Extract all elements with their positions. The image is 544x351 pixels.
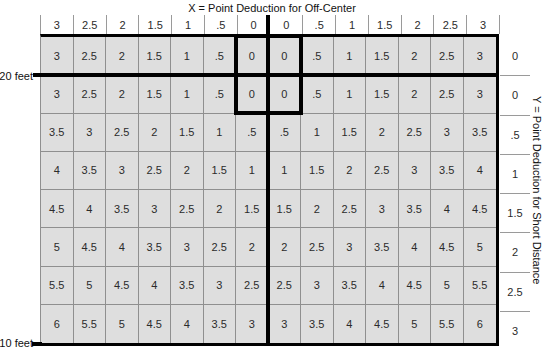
grid-cell-r5c11: 3 <box>366 190 399 228</box>
x-header-row: 32.521.51.500.511.522.53 <box>40 15 500 34</box>
grid-cell-r4c1: 4 <box>41 152 74 190</box>
grid-cell-r3c14: 3.5 <box>464 114 497 152</box>
grid-cell-r4c11: 2.5 <box>366 152 399 190</box>
x-header-cell-c13: 2.5 <box>434 15 467 34</box>
scoring-table-diagram: X = Point Deduction for Off-Center 32.52… <box>0 0 544 351</box>
grid-cell-r6c1: 5 <box>41 228 74 266</box>
grid-cell-r5c9: 2 <box>301 190 334 228</box>
grid-cell-r5c14: 4.5 <box>464 190 497 228</box>
grid-cell-r1c12: 2 <box>399 37 432 75</box>
grid-cell-r2c13: 2.5 <box>431 75 464 113</box>
grid-cell-r8c13: 5.5 <box>431 305 464 343</box>
grid-cell-r7c3: 4.5 <box>106 267 139 305</box>
grid-cell-r1c10: 1 <box>334 37 367 75</box>
x-header-cell-c8: 0 <box>270 15 303 34</box>
grid-cell-r5c1: 4.5 <box>41 190 74 228</box>
x-axis-title: X = Point Deduction for Off-Center <box>0 2 544 14</box>
10-feet-line-extension <box>32 342 42 346</box>
grid-cell-r8c12: 5 <box>399 305 432 343</box>
grid-cell-r8c3: 5 <box>106 305 139 343</box>
grid-cell-r8c10: 4 <box>334 305 367 343</box>
grid-cell-r6c13: 4.5 <box>431 228 464 266</box>
grid-cell-r5c4: 3 <box>139 190 172 228</box>
y-label-r2: 0 <box>500 76 530 115</box>
grid-cell-r3c12: 2.5 <box>399 114 432 152</box>
grid-cell-r7c12: 4.5 <box>399 267 432 305</box>
grid-cell-r3c1: 3.5 <box>41 114 74 152</box>
x-header-cell-c5: 1 <box>172 15 205 34</box>
grid-cell-r8c4: 4.5 <box>139 305 172 343</box>
x-header-cell-c6: .5 <box>205 15 238 34</box>
grid-cell-r6c3: 4 <box>106 228 139 266</box>
grid-cell-r5c13: 4 <box>431 190 464 228</box>
grid-cell-r4c13: 3.5 <box>431 152 464 190</box>
grid-cell-r6c10: 3 <box>334 228 367 266</box>
grid-cell-r7c14: 5.5 <box>464 267 497 305</box>
grid-cell-r8c2: 5.5 <box>74 305 107 343</box>
y-axis-title: Y = Point Deduction for Short Distance <box>530 34 544 346</box>
x-header-cell-c3: 2 <box>107 15 140 34</box>
grid-cell-r4c2: 3.5 <box>74 152 107 190</box>
grid-cell-r8c6: 3.5 <box>204 305 237 343</box>
grid-cell-r2c9: .5 <box>301 75 334 113</box>
grid-cell-r1c1: 3 <box>41 37 74 75</box>
grid-cell-r4c6: 1.5 <box>204 152 237 190</box>
x-header-cell-c10: 1 <box>336 15 369 34</box>
label-10-feet: 10 feet <box>0 337 33 349</box>
label-20-feet: 20 feet <box>0 70 33 82</box>
grid-cell-r1c2: 2.5 <box>74 37 107 75</box>
y-label-r8: 3 <box>500 312 530 350</box>
y-label-r5: 1.5 <box>500 194 530 233</box>
grid-cell-r4c7: 1 <box>236 152 269 190</box>
grid-cell-r3c6: 1 <box>204 114 237 152</box>
x-header-cell-c4: 1.5 <box>139 15 172 34</box>
grid-cell-r1c14: 3 <box>464 37 497 75</box>
grid-cell-r7c13: 5 <box>431 267 464 305</box>
grid-cell-r2c11: 1.5 <box>366 75 399 113</box>
grid-cell-r6c7: 2 <box>236 228 269 266</box>
grid-cell-r6c5: 3 <box>171 228 204 266</box>
grid-cell-r6c6: 2.5 <box>204 228 237 266</box>
grid-cell-r3c9: 1 <box>301 114 334 152</box>
grid-cell-r7c11: 4 <box>366 267 399 305</box>
center-vertical-line <box>266 15 270 346</box>
y-right-labels: 00.511.522.53 <box>500 37 530 350</box>
grid-cell-r7c2: 5 <box>74 267 107 305</box>
grid-cell-r6c2: 4.5 <box>74 228 107 266</box>
grid-cell-r3c5: 1.5 <box>171 114 204 152</box>
grid-cell-r5c10: 2.5 <box>334 190 367 228</box>
grid-cell-r4c4: 2.5 <box>139 152 172 190</box>
grid-cell-r8c11: 4.5 <box>366 305 399 343</box>
grid-cell-r5c6: 2 <box>204 190 237 228</box>
grid-cell-r6c12: 4 <box>399 228 432 266</box>
grid-cell-r4c9: 1.5 <box>301 152 334 190</box>
grid-cell-r3c3: 2.5 <box>106 114 139 152</box>
grid-cell-r3c7: .5 <box>236 114 269 152</box>
grid-cell-r2c5: 1 <box>171 75 204 113</box>
grid-cell-r1c13: 2.5 <box>431 37 464 75</box>
grid-cell-r4c14: 4 <box>464 152 497 190</box>
grid-cell-r7c1: 5.5 <box>41 267 74 305</box>
y-label-r4: 1 <box>500 155 530 194</box>
y-label-r1: 0 <box>500 37 530 76</box>
grid-cell-r8c7: 3 <box>236 305 269 343</box>
x-header-cell-c9: .5 <box>303 15 336 34</box>
grid-cell-r7c6: 3 <box>204 267 237 305</box>
grid-cell-r1c3: 2 <box>106 37 139 75</box>
grid-cell-r2c12: 2 <box>399 75 432 113</box>
grid-cell-r4c10: 2 <box>334 152 367 190</box>
grid-cell-r2c3: 2 <box>106 75 139 113</box>
y-label-r3: .5 <box>500 116 530 155</box>
grid-cell-r1c6: .5 <box>204 37 237 75</box>
grid-cell-r2c2: 2.5 <box>74 75 107 113</box>
grid-cell-r6c8: 2 <box>269 228 302 266</box>
grid-cell-r3c4: 2 <box>139 114 172 152</box>
grid-cell-r8c14: 6 <box>464 305 497 343</box>
x-header-cell-c2: 2.5 <box>74 15 107 34</box>
grid-cell-r5c8: 1.5 <box>269 190 302 228</box>
x-header-cell-c12: 2 <box>402 15 435 34</box>
grid-cell-r4c8: 1 <box>269 152 302 190</box>
grid-cell-r1c9: .5 <box>301 37 334 75</box>
grid-cell-r8c8: 3 <box>269 305 302 343</box>
y-label-r6: 2 <box>500 233 530 272</box>
grid-cell-r3c13: 3 <box>431 114 464 152</box>
grid-cell-r5c2: 4 <box>74 190 107 228</box>
grid-cell-r6c14: 5 <box>464 228 497 266</box>
x-header-cell-c14: 3 <box>467 15 500 34</box>
x-header-cell-c1: 3 <box>41 15 74 34</box>
grid-cell-r3c8: .5 <box>269 114 302 152</box>
grid-cell-r2c14: 3 <box>464 75 497 113</box>
grid-cell-r5c7: 1.5 <box>236 190 269 228</box>
grid-cell-r4c3: 3 <box>106 152 139 190</box>
grid-cell-r7c9: 3 <box>301 267 334 305</box>
grid-cell-r7c10: 3.5 <box>334 267 367 305</box>
y-label-r7: 2.5 <box>500 273 530 312</box>
grid-cell-r1c11: 1.5 <box>366 37 399 75</box>
grid-cell-r2c6: .5 <box>204 75 237 113</box>
grid-cell-r8c9: 3.5 <box>301 305 334 343</box>
grid-cell-r2c10: 1 <box>334 75 367 113</box>
grid-cell-r6c4: 3.5 <box>139 228 172 266</box>
grid-cell-r6c11: 3.5 <box>366 228 399 266</box>
grid-cell-r2c1: 3 <box>41 75 74 113</box>
grid-cell-r5c3: 3.5 <box>106 190 139 228</box>
grid-cell-r6c9: 2.5 <box>301 228 334 266</box>
grid-cell-r7c4: 4 <box>139 267 172 305</box>
grid-cell-r7c5: 3.5 <box>171 267 204 305</box>
grid-cell-r4c5: 2 <box>171 152 204 190</box>
grid-cell-r3c2: 3 <box>74 114 107 152</box>
grid-cell-r5c12: 3.5 <box>399 190 432 228</box>
grid-cell-r7c7: 2.5 <box>236 267 269 305</box>
x-header-cell-c11: 1.5 <box>369 15 402 34</box>
grid-cell-r8c5: 4 <box>171 305 204 343</box>
grid-cell-r1c4: 1.5 <box>139 37 172 75</box>
grid-cell-r1c5: 1 <box>171 37 204 75</box>
grid-cell-r5c5: 2.5 <box>171 190 204 228</box>
grid-cell-r3c11: 2 <box>366 114 399 152</box>
grid-cell-r8c1: 6 <box>41 305 74 343</box>
grid-cell-r2c4: 1.5 <box>139 75 172 113</box>
grid-cell-r3c10: 1.5 <box>334 114 367 152</box>
grid-cell-r7c8: 2.5 <box>269 267 302 305</box>
grid-cell-r4c12: 3 <box>399 152 432 190</box>
